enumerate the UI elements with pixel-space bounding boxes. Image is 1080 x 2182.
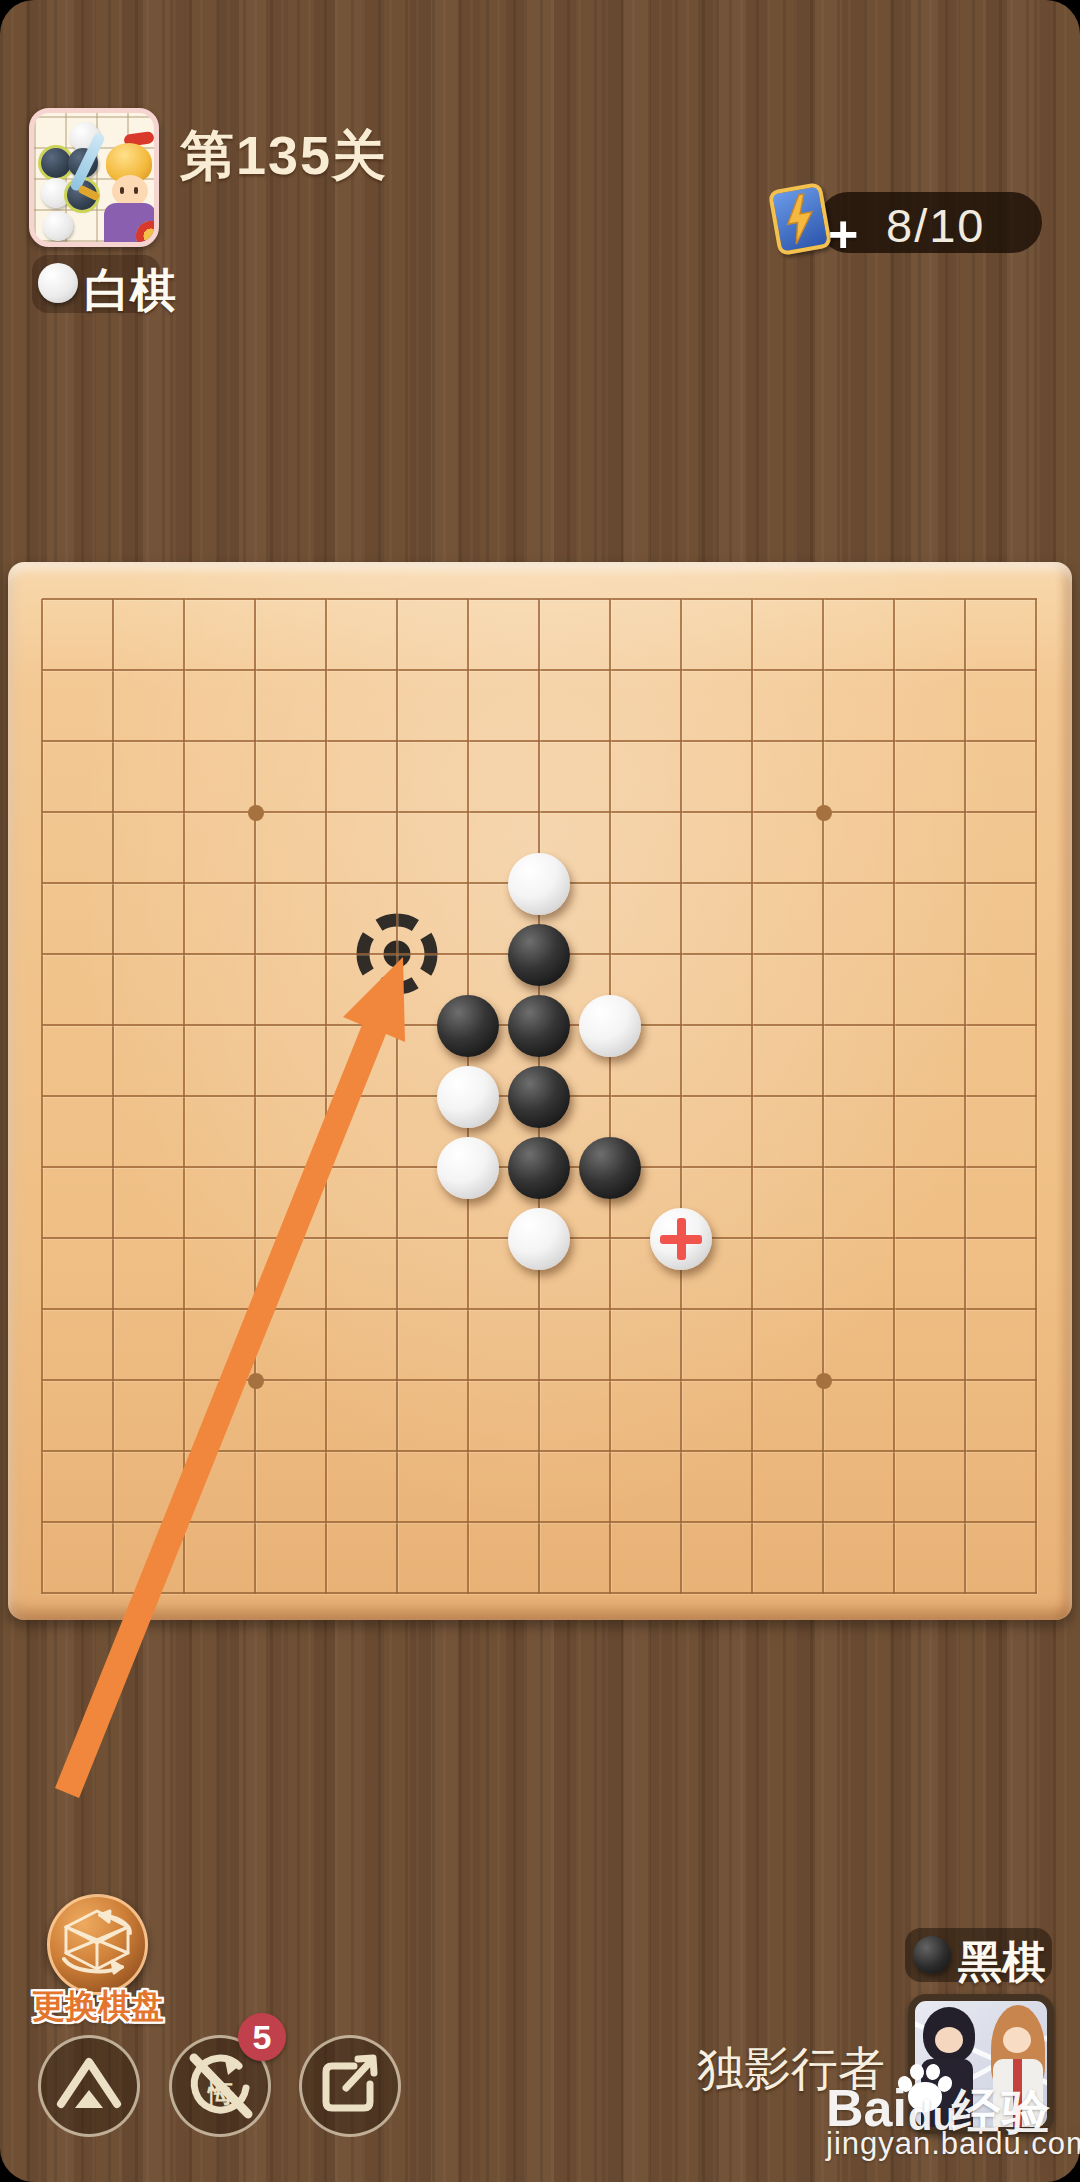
energy-card-icon	[768, 182, 833, 256]
black-stone	[508, 1066, 570, 1128]
energy-plus-icon[interactable]: +	[828, 204, 858, 264]
grid-line-horizontal	[42, 1450, 1037, 1452]
mini-stone	[41, 148, 71, 178]
mini-stone	[43, 211, 73, 241]
black-stone	[437, 995, 499, 1057]
gomoku-board[interactable]	[8, 562, 1072, 1620]
board-cube-icon	[50, 1897, 145, 1992]
white-stone	[579, 995, 641, 1057]
knight-shield	[136, 221, 159, 247]
undo-count-badge: 5	[238, 2013, 286, 2061]
grid-line-horizontal	[42, 1308, 1037, 1310]
level-title: 第135关	[180, 120, 388, 193]
black-stone	[508, 1137, 570, 1199]
board-grid	[42, 599, 1037, 1594]
player-side-label: 白棋	[84, 260, 176, 322]
grid-line-vertical	[1035, 599, 1037, 1594]
grid-line-horizontal	[42, 1521, 1037, 1523]
energy-value: 8/10	[886, 198, 985, 253]
black-stone	[508, 924, 570, 986]
black-stone	[508, 995, 570, 1057]
white-stone	[508, 853, 570, 915]
star-point	[816, 1373, 832, 1389]
white-stone	[437, 1137, 499, 1199]
undo-character: 悔	[208, 2076, 234, 2111]
grid-line-vertical	[822, 599, 824, 1594]
last-move-cross-icon	[677, 1218, 686, 1260]
app-screen: 第135关 白棋 + 8/10	[0, 0, 1080, 2182]
star-point	[816, 805, 832, 821]
change-board-button[interactable]	[47, 1894, 148, 1995]
up-arrow-icon	[41, 2038, 137, 2134]
black-stone-icon	[913, 1936, 951, 1974]
white-stone-icon	[38, 263, 78, 303]
app-level-icon	[29, 108, 159, 247]
grid-line-vertical	[964, 599, 966, 1594]
lightning-icon	[783, 193, 817, 245]
star-point	[248, 1373, 264, 1389]
grid-line-vertical	[893, 599, 895, 1594]
black-stone	[579, 1137, 641, 1199]
grid-line-horizontal	[42, 1592, 1037, 1594]
grid-line-vertical	[751, 599, 753, 1594]
white-stone	[437, 1066, 499, 1128]
white-stone	[508, 1208, 570, 1270]
opponent-side-label: 黑棋	[958, 1933, 1046, 1992]
share-icon	[302, 2038, 398, 2134]
watermark-url: jingyan.baidu.com	[826, 2126, 1080, 2162]
white-stone-last-move	[650, 1208, 712, 1270]
grid-line-horizontal	[42, 1379, 1037, 1381]
boost-up-button[interactable]	[38, 2035, 140, 2137]
change-board-label[interactable]: 更换棋盘	[28, 1984, 168, 2029]
grid-line-vertical	[680, 599, 682, 1594]
share-button[interactable]	[299, 2035, 401, 2137]
star-point	[248, 805, 264, 821]
grid-line-vertical	[609, 599, 611, 1594]
